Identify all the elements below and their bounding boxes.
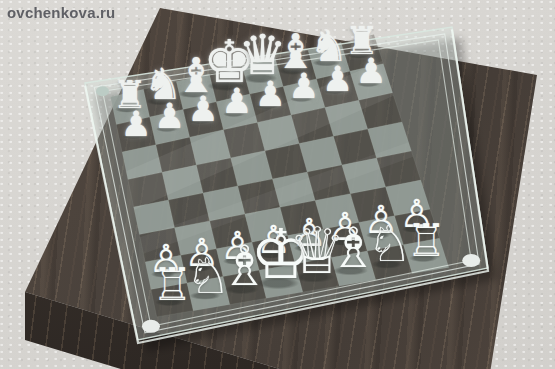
felt-pad bbox=[96, 86, 109, 96]
photo-stage: ♜♞♝♚♛♝♞♜♟♟♟♟♟♟♟♟♙♙♙♙♙♙♙♙♖♘♗♔♕♗♘♖ ovchenk… bbox=[0, 0, 555, 369]
watermark: ovchenkova.ru bbox=[7, 4, 115, 21]
glass-chessboard bbox=[0, 0, 555, 369]
felt-pad bbox=[462, 254, 480, 267]
felt-pad bbox=[142, 320, 160, 333]
